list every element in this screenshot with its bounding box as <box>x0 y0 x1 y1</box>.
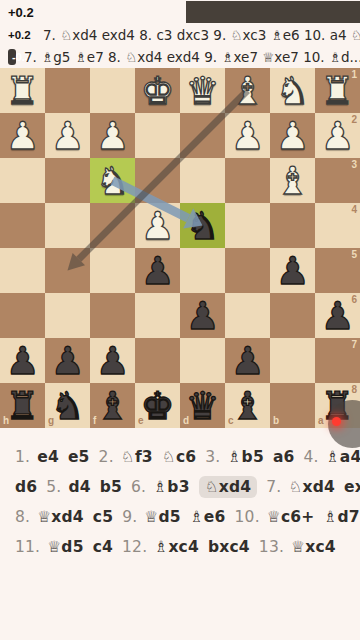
white-pawn[interactable]: ♟ <box>140 207 174 245</box>
file-label: f <box>93 416 96 426</box>
file-label: b <box>273 416 279 426</box>
square-e5[interactable]: ♟ <box>135 248 180 293</box>
square-b4[interactable] <box>270 203 315 248</box>
rank-label: 2 <box>351 115 357 125</box>
square-d6[interactable]: ♟ <box>180 293 225 338</box>
square-h3[interactable] <box>0 158 45 203</box>
move[interactable]: ♗b3 <box>153 478 189 496</box>
rank-label: 4 <box>351 205 357 215</box>
black-pawn[interactable]: ♟ <box>230 342 264 380</box>
move[interactable]: ♗xc4 <box>154 538 199 556</box>
rank-label: 5 <box>351 250 357 260</box>
move[interactable]: c4 <box>93 538 113 556</box>
white-pawn[interactable]: ♟ <box>230 117 264 155</box>
move-number: 1. <box>15 448 30 466</box>
white-pawn[interactable]: ♟ <box>5 117 39 155</box>
square-e2[interactable] <box>135 113 180 158</box>
move-list-line: 8.♕xd4c59.♕d5♗e610.♕c6+♗d7 <box>15 502 345 532</box>
move[interactable]: ♗d7 <box>323 508 359 526</box>
eval-score: +0.2 <box>8 29 35 41</box>
square-a3[interactable]: 3 <box>315 158 360 203</box>
square-f7[interactable]: ♟ <box>90 338 135 383</box>
engine-line-3[interactable]: -0.37. ♗g5 ♗e7 8. ♘xd4 exd4 9. ♗xe7 ♕xe7… <box>0 46 360 68</box>
file-label: e <box>138 416 144 426</box>
black-knight[interactable]: ♞ <box>50 387 84 425</box>
square-h1[interactable]: ♜ <box>0 68 45 113</box>
square-b8[interactable]: b <box>270 383 315 428</box>
square-b2[interactable]: ♟ <box>270 113 315 158</box>
move[interactable]: ♕d5 <box>47 538 83 556</box>
move-number: 10. <box>235 508 260 526</box>
square-g2[interactable]: ♟ <box>45 113 90 158</box>
move[interactable]: d4 <box>68 478 90 496</box>
move-list-line: d65.d4b56.♗b3♘xd47.♘xd4exd4 <box>15 472 345 502</box>
square-c2[interactable]: ♟ <box>225 113 270 158</box>
move[interactable]: b5 <box>100 478 122 496</box>
white-pawn[interactable]: ♟ <box>275 117 309 155</box>
move[interactable]: a6 <box>273 448 295 466</box>
square-f8[interactable]: ♝f <box>90 383 135 428</box>
move-number: 8. <box>15 508 30 526</box>
square-c3[interactable] <box>225 158 270 203</box>
file-label: c <box>228 416 234 426</box>
chess-analysis-app: +0.2+0.27. ♘xd4 exd4 8. c3 dxc3 9. ♘xc3 … <box>0 0 360 562</box>
white-rook[interactable]: ♜ <box>5 72 39 110</box>
move-number: 3. <box>205 448 220 466</box>
square-a6[interactable]: ♟6 <box>315 293 360 338</box>
rank-label: 7 <box>351 340 357 350</box>
square-e4[interactable]: ♟ <box>135 203 180 248</box>
file-label: a <box>318 416 324 426</box>
move[interactable]: d6 <box>15 478 37 496</box>
white-pawn[interactable]: ♟ <box>95 117 129 155</box>
engine-lines-panel: +0.2+0.27. ♘xd4 exd4 8. c3 dxc3 9. ♘xc3 … <box>0 0 360 68</box>
square-b1[interactable]: ♞ <box>270 68 315 113</box>
move-number: 4. <box>304 448 319 466</box>
move[interactable]: c5 <box>93 508 113 526</box>
square-h8[interactable]: ♜h <box>0 383 45 428</box>
white-queen[interactable]: ♛ <box>185 72 219 110</box>
black-pawn[interactable]: ♟ <box>140 252 174 290</box>
notification-dot <box>332 417 341 426</box>
rank-label: 1 <box>351 70 357 80</box>
square-h7[interactable]: ♟ <box>0 338 45 383</box>
move-number: 12. <box>122 538 147 556</box>
square-c8[interactable]: ♝c <box>225 383 270 428</box>
square-e7[interactable] <box>135 338 180 383</box>
white-bishop[interactable]: ♝ <box>230 72 264 110</box>
white-king[interactable]: ♚ <box>140 72 174 110</box>
square-f2[interactable]: ♟ <box>90 113 135 158</box>
square-c6[interactable] <box>225 293 270 338</box>
square-d4[interactable]: ♞ <box>180 203 225 248</box>
eval-score: +0.2 <box>8 5 35 20</box>
black-bishop[interactable]: ♝ <box>230 387 264 425</box>
square-d7[interactable] <box>180 338 225 383</box>
rank-label: 6 <box>351 295 357 305</box>
move[interactable]: e5 <box>68 448 90 466</box>
black-pawn[interactable]: ♟ <box>95 342 129 380</box>
move[interactable]: bxc4 <box>208 538 250 556</box>
move[interactable]: ♗e6 <box>190 508 226 526</box>
square-d5[interactable] <box>180 248 225 293</box>
square-b3[interactable]: ♝ <box>270 158 315 203</box>
move[interactable]: ♕c6+ <box>267 508 315 526</box>
move[interactable]: ♘c6 <box>162 448 196 466</box>
move-number: 9. <box>122 508 137 526</box>
square-c4[interactable] <box>225 203 270 248</box>
square-e3[interactable] <box>135 158 180 203</box>
square-h6[interactable] <box>0 293 45 338</box>
square-c1[interactable]: ♝ <box>225 68 270 113</box>
square-a7[interactable]: 7 <box>315 338 360 383</box>
black-pawn[interactable]: ♟ <box>50 342 84 380</box>
eval-score: -0.3 <box>8 49 16 65</box>
square-e1[interactable]: ♚ <box>135 68 180 113</box>
move-number: 13. <box>259 538 284 556</box>
engine-line-moves: 7. ♗g5 ♗e7 8. ♘xd4 exd4 9. ♗xe7 ♕xe7 10.… <box>24 49 360 65</box>
dark-overlay-panel <box>186 1 360 23</box>
black-queen[interactable]: ♛ <box>185 387 219 425</box>
square-f6[interactable] <box>90 293 135 338</box>
square-a4[interactable]: 4 <box>315 203 360 248</box>
square-b6[interactable] <box>270 293 315 338</box>
square-g6[interactable] <box>45 293 90 338</box>
square-b5[interactable]: ♟ <box>270 248 315 293</box>
move[interactable]: e4 <box>37 448 59 466</box>
black-knight[interactable]: ♞ <box>185 207 219 245</box>
black-rook[interactable]: ♜ <box>5 387 39 425</box>
engine-line-moves: 7. ♘xd4 exd4 8. c3 dxc3 9. ♘xc3 ♗e6 10. … <box>43 27 360 43</box>
square-d8[interactable]: ♛d <box>180 383 225 428</box>
square-g1[interactable] <box>45 68 90 113</box>
rank-label: 3 <box>351 160 357 170</box>
square-a5[interactable]: 5 <box>315 248 360 293</box>
white-bishop[interactable]: ♝ <box>275 162 309 200</box>
square-e8[interactable]: ♚e <box>135 383 180 428</box>
square-g7[interactable]: ♟ <box>45 338 90 383</box>
engine-line-1[interactable]: +0.2 <box>0 0 360 24</box>
square-d2[interactable] <box>180 113 225 158</box>
square-c5[interactable] <box>225 248 270 293</box>
move[interactable]: ♗b5 <box>228 448 264 466</box>
square-f5[interactable] <box>90 248 135 293</box>
black-king[interactable]: ♚ <box>140 387 174 425</box>
move[interactable]: ♗a4 <box>326 448 360 466</box>
square-g5[interactable] <box>45 248 90 293</box>
move-list-line: 11.♕d5c412.♗xc4bxc413.♕xc4 <box>15 532 345 562</box>
move-number: 5. <box>46 478 61 496</box>
square-h2[interactable]: ♟ <box>0 113 45 158</box>
chess-board: ♜♚♛♝♞♜1♟♟♟♟♟♟2♞♝3♟♞4♟♟5♟♟6♟♟♟♟7♜h♞g♝f♚e♛… <box>0 68 360 428</box>
current-move[interactable]: ♘xd4 <box>199 476 258 498</box>
square-g8[interactable]: ♞g <box>45 383 90 428</box>
white-rook[interactable]: ♜ <box>320 72 354 110</box>
engine-line-2[interactable]: +0.27. ♘xd4 exd4 8. c3 dxc3 9. ♘xc3 ♗e6 … <box>0 24 360 46</box>
white-pawn[interactable]: ♟ <box>320 117 354 155</box>
black-bishop[interactable]: ♝ <box>95 387 129 425</box>
square-f1[interactable] <box>90 68 135 113</box>
move[interactable]: ♕d5 <box>144 508 180 526</box>
move[interactable]: ♕xd4 <box>37 508 84 526</box>
white-knight[interactable]: ♞ <box>95 162 129 200</box>
move[interactable]: ♘xd4 <box>288 478 335 496</box>
square-b7[interactable] <box>270 338 315 383</box>
square-d1[interactable]: ♛ <box>180 68 225 113</box>
board-grid: ♜♚♛♝♞♜1♟♟♟♟♟♟2♞♝3♟♞4♟♟5♟♟6♟♟♟♟7♜h♞g♝f♚e♛… <box>0 68 360 428</box>
square-d3[interactable] <box>180 158 225 203</box>
black-pawn[interactable]: ♟ <box>275 252 309 290</box>
square-f4[interactable] <box>90 203 135 248</box>
file-label: d <box>183 416 189 426</box>
white-knight[interactable]: ♞ <box>275 72 309 110</box>
file-label: g <box>48 416 54 426</box>
move[interactable]: exd4 <box>344 478 360 496</box>
square-f3[interactable]: ♞ <box>90 158 135 203</box>
file-label: h <box>3 416 9 426</box>
black-pawn[interactable]: ♟ <box>5 342 39 380</box>
move-number: 6. <box>131 478 146 496</box>
square-h4[interactable] <box>0 203 45 248</box>
move-number: 7. <box>266 478 281 496</box>
square-c7[interactable]: ♟ <box>225 338 270 383</box>
square-e6[interactable] <box>135 293 180 338</box>
square-g3[interactable] <box>45 158 90 203</box>
move-number: 11. <box>15 538 40 556</box>
square-a2[interactable]: ♟2 <box>315 113 360 158</box>
move[interactable]: ♘f3 <box>121 448 153 466</box>
square-g4[interactable] <box>45 203 90 248</box>
move-list: 1.e4e52.♘f3♘c63.♗b5a64.♗a4d65.d4b56.♗b3♘… <box>0 428 360 562</box>
white-pawn[interactable]: ♟ <box>50 117 84 155</box>
rank-label: 8 <box>351 385 357 395</box>
black-pawn[interactable]: ♟ <box>320 297 354 335</box>
move-list-line: 1.e4e52.♘f3♘c63.♗b5a64.♗a4 <box>15 442 345 472</box>
move[interactable]: ♕xc4 <box>291 538 336 556</box>
black-pawn[interactable]: ♟ <box>185 297 219 335</box>
square-h5[interactable] <box>0 248 45 293</box>
square-a1[interactable]: ♜1 <box>315 68 360 113</box>
move-number: 2. <box>99 448 114 466</box>
